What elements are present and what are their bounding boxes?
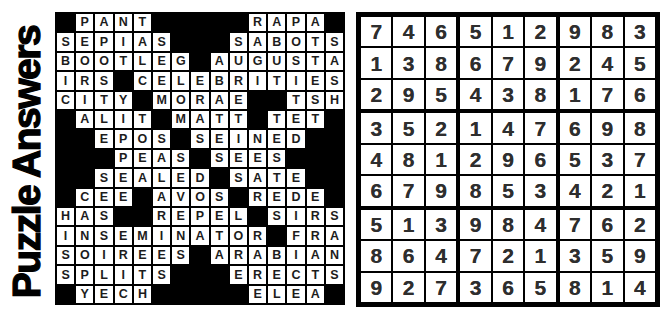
crossword-cell-r3c8	[191, 53, 208, 70]
crossword-cell-r7c7	[172, 130, 189, 147]
sudoku-cell-r1c4: 5	[460, 17, 490, 46]
crossword-cell-r9c8: D	[191, 169, 208, 186]
crossword-cell-r5c6: M	[153, 92, 170, 109]
sudoku-box-1-2: 512679438	[460, 17, 555, 109]
crossword-cell-r4c8: E	[191, 72, 208, 89]
crossword-cell-r9c1	[57, 169, 74, 186]
sudoku-cell-r5c2: 8	[393, 145, 423, 174]
sudoku-cell-r1c8: 8	[592, 17, 622, 46]
crossword-cell-r7c15	[326, 130, 343, 147]
crossword-cell-r7c14	[307, 130, 324, 147]
crossword-cell-r8c1	[57, 150, 74, 167]
crossword-cell-r9c14	[307, 169, 324, 186]
crossword-cell-r15c6	[153, 286, 170, 303]
crossword-cell-r9c3: S	[95, 169, 112, 186]
crossword-cell-r4c9: B	[211, 72, 228, 89]
sudoku-cell-r5c4: 2	[460, 145, 490, 174]
sudoku-cell-r7c9: 2	[625, 210, 655, 239]
sudoku-cell-r5c6: 6	[525, 145, 555, 174]
crossword-cell-r11c5	[134, 208, 151, 225]
crossword-cell-r3c7: G	[172, 53, 189, 70]
sudoku-cell-r9c9: 4	[625, 273, 655, 302]
sudoku-cell-r4c4: 1	[460, 113, 490, 142]
sudoku-cell-r2c6: 9	[525, 48, 555, 77]
crossword-cell-r3c10: U	[230, 53, 247, 70]
crossword-cell-r7c2	[76, 130, 93, 147]
crossword-cell-r8c4: P	[115, 150, 132, 167]
sudoku-cell-r6c5: 5	[493, 176, 523, 205]
crossword-cell-r1c6	[153, 14, 170, 31]
crossword-cell-r9c7: E	[172, 169, 189, 186]
sudoku-cell-r3c8: 7	[592, 80, 622, 109]
crossword-cell-r11c15: S	[326, 208, 343, 225]
crossword-cell-r13c1: S	[57, 247, 74, 264]
crossword-cell-r7c9: E	[211, 130, 228, 147]
crossword-cell-r2c4: I	[115, 33, 132, 50]
crossword-cell-r1c2: P	[76, 14, 93, 31]
crossword-cell-r11c14: R	[307, 208, 324, 225]
crossword-cell-r10c6: A	[153, 189, 170, 206]
crossword-cell-r15c3: E	[95, 286, 112, 303]
crossword-cell-r15c2: Y	[76, 286, 93, 303]
sudoku-cell-r8c8: 5	[592, 241, 622, 270]
crossword-cell-r2c5: A	[134, 33, 151, 50]
crossword-cell-r6c2: A	[76, 111, 93, 128]
crossword-cell-r11c11	[249, 208, 266, 225]
crossword-cell-r8c2	[76, 150, 93, 167]
sudoku-cell-r6c7: 4	[560, 176, 590, 205]
crossword-cell-r12c4: E	[115, 227, 132, 244]
sudoku-cell-r9c4: 3	[460, 273, 490, 302]
sudoku-cell-r3c2: 9	[393, 80, 423, 109]
crossword-cell-r9c4: E	[115, 169, 132, 186]
crossword-cell-r8c5: E	[134, 150, 151, 167]
crossword-cell-r2c14: T	[307, 33, 324, 50]
sudoku-cell-r7c1: 5	[361, 210, 391, 239]
sudoku-cell-r4c1: 3	[361, 113, 391, 142]
sudoku-cell-r9c8: 1	[592, 273, 622, 302]
crossword-cell-r4c11: I	[249, 72, 266, 89]
sudoku-cell-r6c8: 2	[592, 176, 622, 205]
crossword-cell-r9c9	[211, 169, 228, 186]
crossword-cell-r5c14: S	[307, 92, 324, 109]
crossword-cell-r1c8	[191, 14, 208, 31]
sudoku-box-1-3: 983245176	[560, 17, 655, 109]
crossword-cell-r12c5: M	[134, 227, 151, 244]
crossword-cell-r14c13: C	[287, 266, 304, 283]
crossword-cell-r11c8: P	[191, 208, 208, 225]
crossword-cell-r6c15	[326, 111, 343, 128]
sudoku-cell-r2c4: 6	[460, 48, 490, 77]
crossword-cell-r7c4: P	[115, 130, 132, 147]
crossword-cell-r3c13: S	[287, 53, 304, 70]
crossword-cell-r14c7	[172, 266, 189, 283]
crossword-cell-r1c7	[172, 14, 189, 31]
crossword-cell-r9c11: A	[249, 169, 266, 186]
sudoku-box-2-3: 698537421	[560, 113, 655, 205]
crossword-cell-r11c12: S	[268, 208, 285, 225]
crossword-cell-r12c6: I	[153, 227, 170, 244]
crossword-cell-r7c10: I	[230, 130, 247, 147]
crossword-cell-r4c7: L	[172, 72, 189, 89]
crossword-cell-r13c9: A	[211, 247, 228, 264]
sudoku-grid: 7461382955126794389832451763524816791472…	[356, 12, 660, 307]
sudoku-cell-r1c5: 1	[493, 17, 523, 46]
sudoku-cell-r2c1: 1	[361, 48, 391, 77]
crossword-cell-r10c10	[230, 189, 247, 206]
sudoku-cell-r6c1: 6	[361, 176, 391, 205]
sudoku-cell-r8c1: 8	[361, 241, 391, 270]
crossword-cell-r15c11: E	[249, 286, 266, 303]
crossword-cell-r14c3: L	[95, 266, 112, 283]
crossword-cell-r15c1	[57, 286, 74, 303]
crossword-cell-r13c4: R	[115, 247, 132, 264]
sudoku-cell-r9c5: 6	[493, 273, 523, 302]
crossword-cell-r3c1: B	[57, 53, 74, 70]
crossword-cell-r7c11: N	[249, 130, 266, 147]
crossword-cell-r15c13: E	[287, 286, 304, 303]
sudoku-cell-r4c6: 7	[525, 113, 555, 142]
sudoku-cell-r2c7: 2	[560, 48, 590, 77]
crossword-cell-r11c1: H	[57, 208, 74, 225]
crossword-cell-r3c12: U	[268, 53, 285, 70]
crossword-cell-r2c9	[211, 33, 228, 50]
crossword-cell-r6c7: M	[172, 111, 189, 128]
sudoku-cell-r4c9: 8	[625, 113, 655, 142]
crossword-cell-r3c2: O	[76, 53, 93, 70]
crossword-cell-r3c3: O	[95, 53, 112, 70]
crossword-cell-r8c12: S	[268, 150, 285, 167]
puzzle-answers-page: Puzzle Answers PANTRAPASEPIASSABOTSBOOTL…	[0, 0, 665, 315]
crossword-cell-r8c9: S	[211, 150, 228, 167]
sudoku-cell-r7c2: 1	[393, 210, 423, 239]
crossword-cell-r12c7: N	[172, 227, 189, 244]
crossword-cell-r1c3: A	[95, 14, 112, 31]
sudoku-cell-r4c7: 6	[560, 113, 590, 142]
crossword-cell-r8c7: S	[172, 150, 189, 167]
crossword-cell-r13c2: O	[76, 247, 93, 264]
sudoku-cell-r2c3: 8	[426, 48, 456, 77]
crossword-cell-r5c13: T	[287, 92, 304, 109]
crossword-cell-r2c8	[191, 33, 208, 50]
sudoku-cell-r8c3: 4	[426, 241, 456, 270]
crossword-cell-r6c3: L	[95, 111, 112, 128]
crossword-cell-r10c5	[134, 189, 151, 206]
crossword-cell-r10c15	[326, 189, 343, 206]
page-title-text: Puzzle Answers	[5, 26, 49, 298]
crossword-cell-r6c8: A	[191, 111, 208, 128]
crossword-cell-r1c11: R	[249, 14, 266, 31]
sudoku-cell-r9c2: 2	[393, 273, 423, 302]
crossword-cell-r13c3: I	[95, 247, 112, 264]
sudoku-cell-r4c8: 9	[592, 113, 622, 142]
crossword-cell-r15c9	[211, 286, 228, 303]
crossword-cell-r9c10: S	[230, 169, 247, 186]
crossword-cell-r3c11: G	[249, 53, 266, 70]
crossword-cell-r3c9: A	[211, 53, 228, 70]
sudoku-cell-r9c1: 9	[361, 273, 391, 302]
crossword-cell-r13c15: N	[326, 247, 343, 264]
page-title: Puzzle Answers	[0, 0, 56, 315]
sudoku-box-2-2: 147296853	[460, 113, 555, 205]
sudoku-cell-r9c6: 5	[525, 273, 555, 302]
sudoku-box-2-1: 352481679	[361, 113, 456, 205]
crossword-cell-r15c7	[172, 286, 189, 303]
crossword-cell-r8c11: E	[249, 150, 266, 167]
crossword-cell-r8c15	[326, 150, 343, 167]
crossword-cell-r1c9	[211, 14, 228, 31]
crossword-cell-r5c12	[268, 92, 285, 109]
sudoku-cell-r3c5: 3	[493, 80, 523, 109]
crossword-cell-r5c5	[134, 92, 151, 109]
sudoku-cell-r3c3: 5	[426, 80, 456, 109]
crossword-cell-r8c10: E	[230, 150, 247, 167]
crossword-cell-r12c12	[268, 227, 285, 244]
sudoku-cell-r7c5: 8	[493, 210, 523, 239]
crossword-cell-r3c6: E	[153, 53, 170, 70]
crossword-cell-r14c4: I	[115, 266, 132, 283]
crossword-cell-r1c14: A	[307, 14, 324, 31]
crossword-cell-r15c10	[230, 286, 247, 303]
sudoku-cell-r8c7: 3	[560, 241, 590, 270]
sudoku-cell-r5c9: 7	[625, 145, 655, 174]
crossword-cell-r14c14: T	[307, 266, 324, 283]
crossword-cell-r10c2: C	[76, 189, 93, 206]
crossword-cell-r12c13: F	[287, 227, 304, 244]
sudoku-box-3-1: 513864927	[361, 210, 456, 302]
sudoku-box-1-1: 746138295	[361, 17, 456, 109]
crossword-cell-r3c5: L	[134, 53, 151, 70]
crossword-cell-r13c13: I	[287, 247, 304, 264]
crossword-cell-r5c2: I	[76, 92, 93, 109]
crossword-cell-r3c15: A	[326, 53, 343, 70]
crossword-cell-r7c8: S	[191, 130, 208, 147]
crossword-cell-r6c14: T	[307, 111, 324, 128]
crossword-cell-r7c12: E	[268, 130, 285, 147]
sudoku-cell-r3c7: 1	[560, 80, 590, 109]
crossword-cell-r4c14: E	[307, 72, 324, 89]
sudoku-cell-r4c5: 4	[493, 113, 523, 142]
sudoku-cell-r2c8: 4	[592, 48, 622, 77]
crossword-grid: PANTRAPASEPIASSABOTSBOOTLEGAUGUSTAIRSCEL…	[55, 12, 345, 305]
sudoku-cell-r7c8: 6	[592, 210, 622, 239]
crossword-cell-r6c13: E	[287, 111, 304, 128]
crossword-cell-r11c6: R	[153, 208, 170, 225]
crossword-cell-r4c6: E	[153, 72, 170, 89]
crossword-cell-r6c10: T	[230, 111, 247, 128]
crossword-cell-r4c12: T	[268, 72, 285, 89]
sudoku-cell-r3c1: 2	[361, 80, 391, 109]
crossword-cell-r14c15: S	[326, 266, 343, 283]
crossword-cell-r4c5: C	[134, 72, 151, 89]
sudoku-cell-r1c1: 7	[361, 17, 391, 46]
crossword-cell-r13c14: A	[307, 247, 324, 264]
crossword-cell-r12c9: T	[211, 227, 228, 244]
crossword-cell-r7c6: S	[153, 130, 170, 147]
crossword-cell-r8c8	[191, 150, 208, 167]
sudoku-cell-r3c9: 6	[625, 80, 655, 109]
crossword-cell-r13c6: E	[153, 247, 170, 264]
sudoku-cell-r8c9: 9	[625, 241, 655, 270]
crossword-cell-r14c12: E	[268, 266, 285, 283]
crossword-cell-r14c1: S	[57, 266, 74, 283]
crossword-cell-r2c7	[172, 33, 189, 50]
crossword-cell-r5c11	[249, 92, 266, 109]
sudoku-cell-r1c3: 6	[426, 17, 456, 46]
sudoku-cell-r1c2: 4	[393, 17, 423, 46]
crossword-cell-r5c9: A	[211, 92, 228, 109]
crossword-cell-r5c1: C	[57, 92, 74, 109]
sudoku-cell-r2c9: 5	[625, 48, 655, 77]
crossword-cell-r5c4: Y	[115, 92, 132, 109]
sudoku-cell-r2c2: 3	[393, 48, 423, 77]
crossword-cell-r15c12: L	[268, 286, 285, 303]
crossword-cell-r13c7: S	[172, 247, 189, 264]
crossword-cell-r8c13	[287, 150, 304, 167]
crossword-cell-r7c13: D	[287, 130, 304, 147]
sudoku-box-3-2: 984721365	[460, 210, 555, 302]
crossword-cell-r14c2: P	[76, 266, 93, 283]
crossword-cell-r12c11: R	[249, 227, 266, 244]
crossword-cell-r11c10: L	[230, 208, 247, 225]
sudoku-cell-r6c2: 7	[393, 176, 423, 205]
crossword-cell-r10c1	[57, 189, 74, 206]
crossword-cell-r10c7: V	[172, 189, 189, 206]
crossword-cell-r15c15	[326, 286, 343, 303]
crossword-cell-r13c11: A	[249, 247, 266, 264]
crossword-cell-r9c13: E	[287, 169, 304, 186]
crossword-cell-r6c4: I	[115, 111, 132, 128]
sudoku-cell-r9c3: 7	[426, 273, 456, 302]
sudoku-cell-r5c3: 1	[426, 145, 456, 174]
crossword-cell-r9c15	[326, 169, 343, 186]
crossword-cell-r8c3	[95, 150, 112, 167]
crossword-cell-r1c12: A	[268, 14, 285, 31]
crossword-cell-r2c3: P	[95, 33, 112, 50]
crossword-cell-r7c5: O	[134, 130, 151, 147]
crossword-cell-r14c10: E	[230, 266, 247, 283]
crossword-cell-r10c14: E	[307, 189, 324, 206]
crossword-cell-r4c3: S	[95, 72, 112, 89]
crossword-cell-r5c15: H	[326, 92, 343, 109]
sudoku-cell-r1c9: 3	[625, 17, 655, 46]
crossword-cell-r2c6: S	[153, 33, 170, 50]
crossword-cell-r6c6	[153, 111, 170, 128]
crossword-cell-r10c9: S	[211, 189, 228, 206]
sudoku-cell-r5c1: 4	[361, 145, 391, 174]
sudoku-cell-r5c8: 3	[592, 145, 622, 174]
sudoku-cell-r3c6: 8	[525, 80, 555, 109]
sudoku-cell-r6c6: 3	[525, 176, 555, 205]
crossword-cell-r9c6: L	[153, 169, 170, 186]
sudoku-cell-r6c4: 8	[460, 176, 490, 205]
crossword-cell-r12c1: I	[57, 227, 74, 244]
crossword-cell-r2c2: E	[76, 33, 93, 50]
sudoku-cell-r8c6: 1	[525, 241, 555, 270]
crossword-cell-r11c2: A	[76, 208, 93, 225]
sudoku-cell-r2c5: 7	[493, 48, 523, 77]
crossword-cell-r7c3: E	[95, 130, 112, 147]
sudoku-cell-r7c3: 3	[426, 210, 456, 239]
crossword-cell-r15c5: H	[134, 286, 151, 303]
crossword-cell-r2c15: S	[326, 33, 343, 50]
crossword-cell-r1c15	[326, 14, 343, 31]
crossword-cell-r1c1	[57, 14, 74, 31]
crossword-cell-r11c7: E	[172, 208, 189, 225]
crossword-cell-r13c5: E	[134, 247, 151, 264]
crossword-cell-r1c10	[230, 14, 247, 31]
crossword-cell-r15c14: A	[307, 286, 324, 303]
crossword-cell-r14c9	[211, 266, 228, 283]
crossword-cell-r15c4: C	[115, 286, 132, 303]
sudoku-cell-r7c4: 9	[460, 210, 490, 239]
crossword-cell-r2c13: O	[287, 33, 304, 50]
crossword-cell-r11c4	[115, 208, 132, 225]
crossword-cell-r1c5: T	[134, 14, 151, 31]
crossword-cell-r14c8	[191, 266, 208, 283]
crossword-cell-r1c4: N	[115, 14, 132, 31]
crossword-cell-r4c15: S	[326, 72, 343, 89]
crossword-cell-r10c13: D	[287, 189, 304, 206]
crossword-cell-r4c2: R	[76, 72, 93, 89]
crossword-cell-r6c11	[249, 111, 266, 128]
crossword-cell-r3c14: T	[307, 53, 324, 70]
crossword-cell-r12c2: N	[76, 227, 93, 244]
crossword-cell-r14c11: R	[249, 266, 266, 283]
crossword-cell-r6c9: T	[211, 111, 228, 128]
crossword-cell-r4c13: I	[287, 72, 304, 89]
crossword-cell-r13c12: B	[268, 247, 285, 264]
sudoku-cell-r5c5: 9	[493, 145, 523, 174]
crossword-cell-r10c4: E	[115, 189, 132, 206]
crossword-cell-r12c8: A	[191, 227, 208, 244]
crossword-cell-r6c1	[57, 111, 74, 128]
crossword-cell-r14c5: T	[134, 266, 151, 283]
crossword-cell-r5c7: O	[172, 92, 189, 109]
sudoku-cell-r4c2: 5	[393, 113, 423, 142]
crossword-cell-r12c14: R	[307, 227, 324, 244]
sudoku-box-3-3: 762359814	[560, 210, 655, 302]
crossword-cell-r1c13: P	[287, 14, 304, 31]
crossword-cell-r14c6: S	[153, 266, 170, 283]
crossword-cell-r2c1: S	[57, 33, 74, 50]
sudoku-cell-r1c7: 9	[560, 17, 590, 46]
crossword-cell-r2c10: S	[230, 33, 247, 50]
crossword-cell-r12c10: O	[230, 227, 247, 244]
crossword-cell-r15c8	[191, 286, 208, 303]
crossword-cell-r5c8: R	[191, 92, 208, 109]
crossword-cell-r13c10: R	[230, 247, 247, 264]
sudoku-cell-r9c7: 8	[560, 273, 590, 302]
crossword-cell-r12c3: S	[95, 227, 112, 244]
crossword-cell-r9c2	[76, 169, 93, 186]
crossword-cell-r8c6: A	[153, 150, 170, 167]
crossword-cell-r10c8: O	[191, 189, 208, 206]
crossword-cell-r5c10: E	[230, 92, 247, 109]
crossword-cell-r6c12: T	[268, 111, 285, 128]
sudoku-cell-r8c2: 6	[393, 241, 423, 270]
crossword-cell-r6c5: T	[134, 111, 151, 128]
crossword-cell-r2c12: B	[268, 33, 285, 50]
crossword-cell-r7c1	[57, 130, 74, 147]
sudoku-cell-r4c3: 2	[426, 113, 456, 142]
crossword-cell-r3c4: T	[115, 53, 132, 70]
crossword-cell-r13c8	[191, 247, 208, 264]
crossword-cell-r5c3: T	[95, 92, 112, 109]
crossword-cell-r2c11: A	[249, 33, 266, 50]
sudoku-cell-r5c7: 5	[560, 145, 590, 174]
crossword-cell-r10c12: E	[268, 189, 285, 206]
